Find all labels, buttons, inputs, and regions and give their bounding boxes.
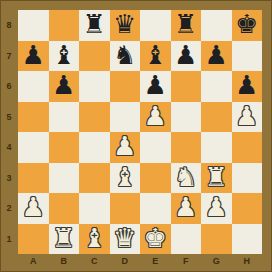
square-e4[interactable]	[140, 132, 171, 163]
square-d6[interactable]	[110, 71, 141, 102]
piece-black-pawn: ♟	[174, 42, 197, 68]
square-c5[interactable]	[79, 102, 110, 133]
file-label-f: F	[171, 254, 202, 272]
file-label-a: A	[18, 254, 49, 272]
piece-white-bishop: ♝	[113, 164, 136, 190]
rank-label-8: 8	[0, 10, 18, 41]
square-h5[interactable]: ♟	[232, 102, 263, 133]
piece-black-bishop: ♝	[144, 42, 167, 68]
piece-black-knight: ♞	[113, 42, 136, 68]
square-f4[interactable]	[171, 132, 202, 163]
file-labels: ABCDEFGH	[18, 254, 262, 272]
piece-black-king: ♚	[235, 11, 258, 37]
square-c6[interactable]	[79, 71, 110, 102]
square-h2[interactable]	[232, 193, 263, 224]
square-e6[interactable]: ♟	[140, 71, 171, 102]
file-label-h: H	[232, 254, 263, 272]
square-g6[interactable]	[201, 71, 232, 102]
piece-white-rook: ♜	[205, 164, 228, 190]
piece-black-queen: ♛	[113, 11, 136, 37]
square-e5[interactable]: ♟	[140, 102, 171, 133]
square-c2[interactable]	[79, 193, 110, 224]
file-label-e: E	[140, 254, 171, 272]
rank-labels: 87654321	[0, 10, 18, 254]
square-f5[interactable]	[171, 102, 202, 133]
square-e8[interactable]	[140, 10, 171, 41]
square-b1[interactable]: ♜	[49, 224, 80, 255]
rank-label-7: 7	[0, 41, 18, 72]
file-label-d: D	[110, 254, 141, 272]
chess-board: ♜♛♜♚♟♝♞♝♟♟♟♟♟♟♟♟♝♞♜♟♟♟♜♝♛♚	[18, 10, 262, 254]
square-b5[interactable]	[49, 102, 80, 133]
square-a1[interactable]	[18, 224, 49, 255]
square-b8[interactable]	[49, 10, 80, 41]
square-c8[interactable]: ♜	[79, 10, 110, 41]
piece-black-pawn: ♟	[144, 72, 167, 98]
square-d8[interactable]: ♛	[110, 10, 141, 41]
square-h8[interactable]: ♚	[232, 10, 263, 41]
piece-black-pawn: ♟	[235, 72, 258, 98]
piece-black-rook: ♜	[83, 11, 106, 37]
square-h6[interactable]: ♟	[232, 71, 263, 102]
rank-label-5: 5	[0, 102, 18, 133]
square-a7[interactable]: ♟	[18, 41, 49, 72]
piece-white-pawn: ♟	[113, 133, 136, 159]
square-f7[interactable]: ♟	[171, 41, 202, 72]
file-label-g: G	[201, 254, 232, 272]
square-c7[interactable]	[79, 41, 110, 72]
rank-label-1: 1	[0, 224, 18, 255]
piece-white-pawn: ♟	[144, 103, 167, 129]
square-f1[interactable]	[171, 224, 202, 255]
square-b2[interactable]	[49, 193, 80, 224]
square-g1[interactable]	[201, 224, 232, 255]
square-e3[interactable]	[140, 163, 171, 194]
square-d4[interactable]: ♟	[110, 132, 141, 163]
piece-black-pawn: ♟	[22, 42, 45, 68]
square-d2[interactable]	[110, 193, 141, 224]
square-a6[interactable]	[18, 71, 49, 102]
piece-black-rook: ♜	[174, 11, 197, 37]
square-h7[interactable]	[232, 41, 263, 72]
square-g3[interactable]: ♜	[201, 163, 232, 194]
square-a8[interactable]	[18, 10, 49, 41]
square-g2[interactable]: ♟	[201, 193, 232, 224]
square-d7[interactable]: ♞	[110, 41, 141, 72]
square-f3[interactable]: ♞	[171, 163, 202, 194]
square-b3[interactable]	[49, 163, 80, 194]
square-a3[interactable]	[18, 163, 49, 194]
piece-black-bishop: ♝	[52, 42, 75, 68]
piece-white-king: ♚	[144, 225, 167, 251]
rank-label-6: 6	[0, 71, 18, 102]
chess-board-diagram: 87654321 ♜♛♜♚♟♝♞♝♟♟♟♟♟♟♟♟♝♞♜♟♟♟♜♝♛♚ ABCD…	[0, 0, 272, 272]
square-a2[interactable]: ♟	[18, 193, 49, 224]
rank-label-4: 4	[0, 132, 18, 163]
square-c3[interactable]	[79, 163, 110, 194]
square-g8[interactable]	[201, 10, 232, 41]
rank-label-3: 3	[0, 163, 18, 194]
square-h4[interactable]	[232, 132, 263, 163]
square-a4[interactable]	[18, 132, 49, 163]
piece-black-pawn: ♟	[205, 42, 228, 68]
square-e7[interactable]: ♝	[140, 41, 171, 72]
piece-white-pawn: ♟	[22, 194, 45, 220]
square-f2[interactable]: ♟	[171, 193, 202, 224]
piece-white-knight: ♞	[174, 164, 197, 190]
piece-white-rook: ♜	[52, 225, 75, 251]
square-f6[interactable]	[171, 71, 202, 102]
piece-white-bishop: ♝	[83, 225, 106, 251]
square-c4[interactable]	[79, 132, 110, 163]
square-e2[interactable]	[140, 193, 171, 224]
square-g7[interactable]: ♟	[201, 41, 232, 72]
piece-white-pawn: ♟	[235, 103, 258, 129]
square-h3[interactable]	[232, 163, 263, 194]
piece-white-pawn: ♟	[174, 194, 197, 220]
square-a5[interactable]	[18, 102, 49, 133]
piece-white-queen: ♛	[113, 225, 136, 251]
square-e1[interactable]: ♚	[140, 224, 171, 255]
square-c1[interactable]: ♝	[79, 224, 110, 255]
square-d5[interactable]	[110, 102, 141, 133]
rank-label-2: 2	[0, 193, 18, 224]
file-label-c: C	[79, 254, 110, 272]
square-b7[interactable]: ♝	[49, 41, 80, 72]
file-label-b: B	[49, 254, 80, 272]
square-g5[interactable]	[201, 102, 232, 133]
piece-white-pawn: ♟	[205, 194, 228, 220]
square-g4[interactable]	[201, 132, 232, 163]
square-d3[interactable]: ♝	[110, 163, 141, 194]
square-d1[interactable]: ♛	[110, 224, 141, 255]
square-b6[interactable]: ♟	[49, 71, 80, 102]
square-b4[interactable]	[49, 132, 80, 163]
square-f8[interactable]: ♜	[171, 10, 202, 41]
piece-black-pawn: ♟	[52, 72, 75, 98]
square-h1[interactable]	[232, 224, 263, 255]
